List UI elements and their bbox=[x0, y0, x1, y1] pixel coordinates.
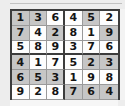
sudoku-cell[interactable]: 7 bbox=[47, 55, 65, 70]
sudoku-cell[interactable]: 2 bbox=[100, 11, 118, 26]
sudoku-cell[interactable]: 3 bbox=[47, 70, 65, 85]
sudoku-cell[interactable]: 3 bbox=[30, 11, 48, 26]
sudoku-cell[interactable]: 8 bbox=[65, 26, 83, 41]
sudoku-cell[interactable]: 5 bbox=[83, 11, 101, 26]
sudoku-cell[interactable]: 1 bbox=[30, 55, 48, 70]
sudoku-cell[interactable]: 8 bbox=[47, 85, 65, 100]
sudoku-cell[interactable]: 6 bbox=[12, 70, 30, 85]
sudoku-cell[interactable]: 5 bbox=[30, 70, 48, 85]
sudoku-cell[interactable]: 7 bbox=[12, 26, 30, 41]
sudoku-cell[interactable]: 4 bbox=[12, 55, 30, 70]
sudoku-cell[interactable]: 1 bbox=[65, 70, 83, 85]
sudoku-cell[interactable]: 5 bbox=[12, 41, 30, 56]
sudoku-cell[interactable]: 2 bbox=[83, 55, 101, 70]
cropped-content-edge bbox=[10, 3, 122, 4]
sudoku-cell[interactable]: 7 bbox=[83, 41, 101, 56]
sudoku-cell[interactable]: 3 bbox=[65, 41, 83, 56]
sudoku-cell[interactable]: 2 bbox=[30, 85, 48, 100]
sudoku-cell[interactable]: 9 bbox=[12, 85, 30, 100]
sudoku-cell[interactable]: 9 bbox=[100, 26, 118, 41]
sudoku-cell[interactable]: 1 bbox=[83, 26, 101, 41]
sudoku-cell[interactable]: 4 bbox=[65, 11, 83, 26]
sudoku-cell[interactable]: 4 bbox=[100, 85, 118, 100]
sudoku-cell[interactable]: 6 bbox=[100, 41, 118, 56]
sudoku-cell[interactable]: 4 bbox=[30, 26, 48, 41]
sudoku-board: 136452742819589376417523653198928764 bbox=[10, 9, 120, 100]
sudoku-cell[interactable]: 5 bbox=[65, 55, 83, 70]
sudoku-cell[interactable]: 6 bbox=[47, 11, 65, 26]
sudoku-cell[interactable]: 8 bbox=[30, 41, 48, 56]
sudoku-cell[interactable]: 3 bbox=[100, 55, 118, 70]
cropped-column-sliver bbox=[120, 9, 125, 100]
cropped-row-sliver bbox=[10, 100, 118, 106]
sudoku-cell[interactable]: 9 bbox=[83, 70, 101, 85]
sudoku-cell[interactable]: 6 bbox=[83, 85, 101, 100]
sudoku-cell[interactable]: 9 bbox=[47, 41, 65, 56]
sudoku-cell[interactable]: 2 bbox=[47, 26, 65, 41]
sudoku-cell[interactable]: 1 bbox=[12, 11, 30, 26]
sudoku-cell[interactable]: 8 bbox=[100, 70, 118, 85]
sudoku-cell[interactable]: 7 bbox=[65, 85, 83, 100]
